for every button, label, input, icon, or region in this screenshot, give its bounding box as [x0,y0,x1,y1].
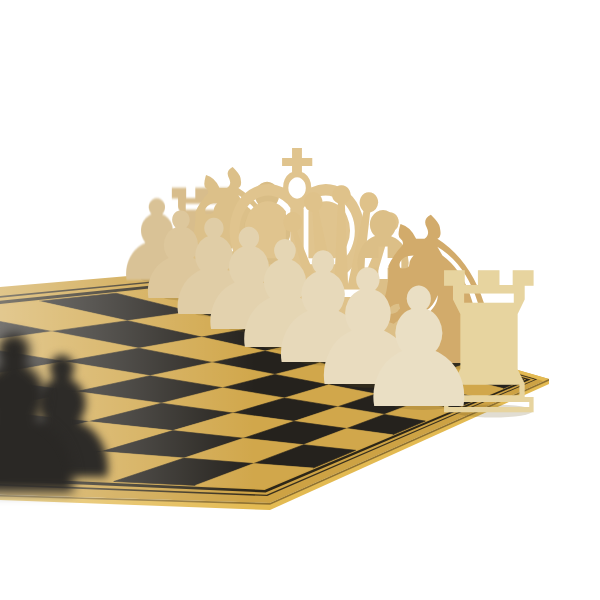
product-photo-stage: ♜♞♝♚♛♝♞♜♟♟♟♟♟♟♟♟♟♟ [0,0,600,600]
chessboard-scene: ♜♞♝♚♛♝♞♜♟♟♟♟♟♟♟♟♟♟ [0,0,600,600]
piece-black-pawn-c7[interactable]: ♟ [0,290,103,543]
piece-white-pawn-a2[interactable]: ♟ [351,253,487,445]
